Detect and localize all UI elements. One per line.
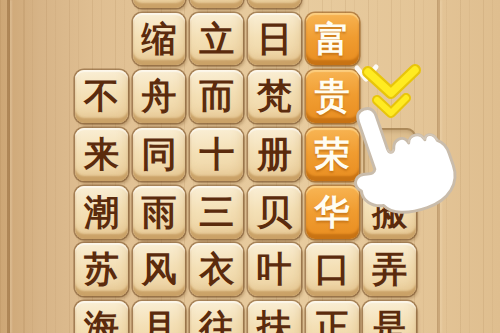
tile-贝[interactable]: 贝 bbox=[248, 186, 301, 239]
tile-舟[interactable]: 舟 bbox=[133, 70, 186, 123]
tile-潮[interactable]: 潮 bbox=[75, 186, 128, 239]
tile-缩[interactable]: 缩 bbox=[133, 13, 186, 66]
tile-海[interactable]: 海 bbox=[75, 301, 128, 333]
tile-partial[interactable] bbox=[190, 0, 243, 8]
tile-partial[interactable] bbox=[248, 0, 301, 8]
tile-叶[interactable]: 叶 bbox=[248, 243, 301, 296]
board: 缩立日富不舟而梵贵来同十册荣潮雨三贝华搬苏风衣叶口弄海月往扶正是 bbox=[75, 0, 416, 333]
tile-是[interactable]: 是 bbox=[363, 301, 416, 333]
tile-立[interactable]: 立 bbox=[190, 13, 243, 66]
tile-扶[interactable]: 扶 bbox=[248, 301, 301, 333]
tile-雨[interactable]: 雨 bbox=[133, 186, 186, 239]
tile-同[interactable]: 同 bbox=[133, 128, 186, 181]
tile-风[interactable]: 风 bbox=[133, 243, 186, 296]
tile-十[interactable]: 十 bbox=[190, 128, 243, 181]
tile-苏[interactable]: 苏 bbox=[75, 243, 128, 296]
wood-plank-seam bbox=[7, 0, 10, 333]
game-background: 缩立日富不舟而梵贵来同十册荣潮雨三贝华搬苏风衣叶口弄海月往扶正是 bbox=[0, 0, 500, 333]
tile-往[interactable]: 往 bbox=[190, 301, 243, 333]
tile-梵[interactable]: 梵 bbox=[248, 70, 301, 123]
tile-正[interactable]: 正 bbox=[306, 301, 359, 333]
tile-贵[interactable]: 贵 bbox=[306, 70, 359, 123]
tile-而[interactable]: 而 bbox=[190, 70, 243, 123]
tile-富[interactable]: 富 bbox=[306, 13, 359, 66]
tile-三[interactable]: 三 bbox=[190, 186, 243, 239]
tile-月[interactable]: 月 bbox=[133, 301, 186, 333]
tile-华[interactable]: 华 bbox=[306, 186, 359, 239]
tile-弄[interactable]: 弄 bbox=[363, 243, 416, 296]
tile-日[interactable]: 日 bbox=[248, 13, 301, 66]
tile-partial[interactable] bbox=[133, 0, 186, 8]
wood-plank-seam bbox=[437, 0, 440, 333]
tile-衣[interactable]: 衣 bbox=[190, 243, 243, 296]
tile-册[interactable]: 册 bbox=[248, 128, 301, 181]
tile-搬[interactable]: 搬 bbox=[363, 186, 416, 239]
tile-来[interactable]: 来 bbox=[75, 128, 128, 181]
tile-口[interactable]: 口 bbox=[306, 243, 359, 296]
empty-slot[interactable] bbox=[363, 128, 416, 181]
tile-不[interactable]: 不 bbox=[75, 70, 128, 123]
tile-荣[interactable]: 荣 bbox=[306, 128, 359, 181]
